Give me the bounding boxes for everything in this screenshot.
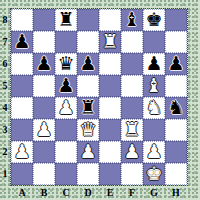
rank-label-1: 1: [0, 163, 10, 185]
square-a2[interactable]: ♟: [11, 141, 33, 163]
file-label-a: A: [11, 187, 33, 199]
black-pawn: ♟: [167, 53, 184, 73]
square-a7[interactable]: ♟: [11, 31, 33, 53]
chess-diagram: ♜♝♚♟♜♟♛♟♟♟♟♝♟♜♞♞♟♛♜♟♟♟♟♚ ABCDEFGH8765432…: [0, 0, 200, 200]
square-g4[interactable]: ♞: [143, 97, 165, 119]
square-h8[interactable]: [165, 9, 187, 31]
black-rook: ♜: [79, 97, 96, 117]
square-e8[interactable]: [99, 9, 121, 31]
white-pawn: ♟: [123, 141, 140, 161]
square-b3[interactable]: ♟: [33, 119, 55, 141]
black-knight: ♞: [167, 97, 184, 117]
black-pawn: ♟: [79, 53, 96, 73]
chess-board: ♜♝♚♟♜♟♛♟♟♟♟♝♟♜♞♞♟♛♜♟♟♟♟♚: [11, 9, 187, 185]
square-d3[interactable]: ♛: [77, 119, 99, 141]
square-b1[interactable]: [33, 163, 55, 185]
white-knight: ♞: [145, 97, 162, 117]
square-g1[interactable]: ♚: [143, 163, 165, 185]
square-a4[interactable]: [11, 97, 33, 119]
rank-label-7: 7: [0, 31, 10, 53]
rank-label-4: 4: [0, 97, 10, 119]
black-rook: ♜: [57, 9, 74, 29]
square-h1[interactable]: [165, 163, 187, 185]
square-g8[interactable]: ♚: [143, 9, 165, 31]
square-a3[interactable]: [11, 119, 33, 141]
file-label-h: H: [165, 187, 187, 199]
square-h7[interactable]: [165, 31, 187, 53]
white-pawn: ♟: [13, 141, 30, 161]
square-f5[interactable]: [121, 75, 143, 97]
square-b8[interactable]: [33, 9, 55, 31]
square-f7[interactable]: [121, 31, 143, 53]
square-d2[interactable]: ♟: [77, 141, 99, 163]
file-label-f: F: [121, 187, 143, 199]
square-f3[interactable]: ♜: [121, 119, 143, 141]
square-h4[interactable]: ♞: [165, 97, 187, 119]
black-king: ♚: [145, 9, 162, 29]
white-pawn: ♟: [79, 141, 96, 161]
black-pawn: ♟: [35, 53, 52, 73]
square-a8[interactable]: [11, 9, 33, 31]
square-c1[interactable]: [55, 163, 77, 185]
white-pawn: ♟: [145, 141, 162, 161]
square-c7[interactable]: [55, 31, 77, 53]
square-f1[interactable]: [121, 163, 143, 185]
square-b6[interactable]: ♟: [33, 53, 55, 75]
white-rook: ♜: [123, 119, 140, 139]
square-f4[interactable]: [121, 97, 143, 119]
square-c6[interactable]: ♛: [55, 53, 77, 75]
square-d4[interactable]: ♜: [77, 97, 99, 119]
square-h3[interactable]: [165, 119, 187, 141]
square-c4[interactable]: ♟: [55, 97, 77, 119]
square-h6[interactable]: ♟: [165, 53, 187, 75]
square-h5[interactable]: [165, 75, 187, 97]
square-c2[interactable]: [55, 141, 77, 163]
square-b5[interactable]: [33, 75, 55, 97]
white-queen: ♛: [79, 119, 96, 139]
black-queen: ♛: [57, 53, 74, 73]
square-a5[interactable]: [11, 75, 33, 97]
white-rook: ♜: [101, 31, 118, 51]
white-pawn: ♟: [57, 97, 74, 117]
rank-label-5: 5: [0, 75, 10, 97]
square-g5[interactable]: ♝: [143, 75, 165, 97]
square-a6[interactable]: [11, 53, 33, 75]
file-label-d: D: [77, 187, 99, 199]
white-king: ♚: [145, 163, 162, 183]
white-bishop: ♝: [145, 75, 162, 95]
file-label-b: B: [33, 187, 55, 199]
square-d8[interactable]: [77, 9, 99, 31]
square-f6[interactable]: [121, 53, 143, 75]
square-e7[interactable]: ♜: [99, 31, 121, 53]
file-label-c: C: [55, 187, 77, 199]
square-b2[interactable]: [33, 141, 55, 163]
square-c5[interactable]: ♟: [55, 75, 77, 97]
square-g3[interactable]: [143, 119, 165, 141]
square-d6[interactable]: ♟: [77, 53, 99, 75]
file-label-g: G: [143, 187, 165, 199]
file-label-e: E: [99, 187, 121, 199]
square-e3[interactable]: [99, 119, 121, 141]
square-h2[interactable]: [165, 141, 187, 163]
black-pawn: ♟: [145, 53, 162, 73]
rank-label-6: 6: [0, 53, 10, 75]
square-e6[interactable]: [99, 53, 121, 75]
square-g7[interactable]: [143, 31, 165, 53]
rank-label-3: 3: [0, 119, 10, 141]
square-b4[interactable]: [33, 97, 55, 119]
square-d7[interactable]: [77, 31, 99, 53]
white-pawn: ♟: [35, 119, 52, 139]
square-e5[interactable]: [99, 75, 121, 97]
square-d5[interactable]: [77, 75, 99, 97]
black-pawn: ♟: [57, 75, 74, 95]
black-bishop: ♝: [123, 9, 140, 29]
square-a1[interactable]: [11, 163, 33, 185]
rank-label-8: 8: [0, 9, 10, 31]
square-f2[interactable]: ♟: [121, 141, 143, 163]
square-g6[interactable]: ♟: [143, 53, 165, 75]
square-g2[interactable]: ♟: [143, 141, 165, 163]
square-e2[interactable]: [99, 141, 121, 163]
square-e1[interactable]: [99, 163, 121, 185]
rank-label-2: 2: [0, 141, 10, 163]
square-e4[interactable]: [99, 97, 121, 119]
square-d1[interactable]: [77, 163, 99, 185]
square-b7[interactable]: [33, 31, 55, 53]
black-pawn: ♟: [13, 31, 30, 51]
square-c8[interactable]: ♜: [55, 9, 77, 31]
square-c3[interactable]: [55, 119, 77, 141]
square-f8[interactable]: ♝: [121, 9, 143, 31]
